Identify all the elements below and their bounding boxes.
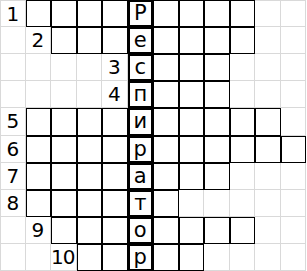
answer-cell-r7-c7[interactable]: [179, 163, 205, 190]
background-grid-cell: [281, 190, 307, 217]
answer-cell-r6-c4[interactable]: [102, 136, 128, 163]
answer-cell-r7-c1[interactable]: [26, 163, 52, 190]
answer-cell-r8-c2[interactable]: [51, 190, 77, 217]
answer-cell-r9-c6[interactable]: [153, 217, 179, 244]
keyword-letter-cell-r6[interactable]: р: [128, 136, 154, 163]
background-grid-cell: [230, 81, 256, 108]
crossword-page: 1Р2е3с4п5и6р7а8т9о10р: [0, 0, 306, 271]
background-grid-cell: [255, 244, 281, 271]
background-grid-cell: [204, 244, 230, 271]
clue-number-5: 5: [0, 108, 26, 135]
background-grid-cell: [255, 163, 281, 190]
keyword-letter-cell-r2[interactable]: е: [128, 27, 154, 54]
background-grid-cell: [0, 81, 26, 108]
keyword-letter-cell-r10[interactable]: р: [128, 244, 154, 271]
background-grid-cell: [26, 81, 52, 108]
answer-cell-r6-c2[interactable]: [51, 136, 77, 163]
answer-cell-r4-c6[interactable]: [153, 81, 179, 108]
background-grid-cell: [281, 27, 307, 54]
answer-cell-r6-c6[interactable]: [153, 136, 179, 163]
answer-cell-r1-c3[interactable]: [77, 0, 103, 27]
answer-cell-r5-c3[interactable]: [77, 108, 103, 135]
background-grid-cell: [255, 54, 281, 81]
answer-cell-r6-c3[interactable]: [77, 136, 103, 163]
answer-cell-r1-c9[interactable]: [230, 0, 256, 27]
answer-cell-r9-c8[interactable]: [204, 217, 230, 244]
answer-cell-r10-c7[interactable]: [179, 244, 205, 271]
answer-cell-r8-c1[interactable]: [26, 190, 52, 217]
background-grid-cell: [255, 190, 281, 217]
answer-cell-r7-c3[interactable]: [77, 163, 103, 190]
answer-cell-r6-c10[interactable]: [255, 136, 281, 163]
background-grid-cell: [281, 217, 307, 244]
answer-cell-r1-c7[interactable]: [179, 0, 205, 27]
answer-cell-r5-c1[interactable]: [26, 108, 52, 135]
background-grid-cell: [204, 190, 230, 217]
answer-cell-r7-c4[interactable]: [102, 163, 128, 190]
answer-cell-r5-c9[interactable]: [230, 108, 256, 135]
answer-cell-r4-c8[interactable]: [204, 81, 230, 108]
keyword-letter-cell-r4[interactable]: п: [128, 81, 154, 108]
keyword-letter-cell-r8[interactable]: т: [128, 190, 154, 217]
answer-cell-r10-c4[interactable]: [102, 244, 128, 271]
answer-cell-r5-c4[interactable]: [102, 108, 128, 135]
background-grid-cell: [0, 54, 26, 81]
background-grid-cell: [281, 0, 307, 27]
answer-cell-r2-c9[interactable]: [230, 27, 256, 54]
background-grid-cell: [77, 54, 103, 81]
answer-cell-r2-c7[interactable]: [179, 27, 205, 54]
background-grid-cell: [281, 244, 307, 271]
background-grid-cell: [51, 81, 77, 108]
answer-cell-r9-c7[interactable]: [179, 217, 205, 244]
background-grid-cell: [179, 190, 205, 217]
crossword-grid: 1Р2е3с4п5и6р7а8т9о10р: [0, 0, 306, 271]
keyword-letter-cell-r1[interactable]: Р: [128, 0, 154, 27]
answer-cell-r6-c11[interactable]: [281, 136, 307, 163]
keyword-letter-cell-r7[interactable]: а: [128, 163, 154, 190]
answer-cell-r9-c9[interactable]: [230, 217, 256, 244]
answer-cell-r7-c8[interactable]: [204, 163, 230, 190]
keyword-letter-cell-r9[interactable]: о: [128, 217, 154, 244]
clue-number-10: 10: [51, 244, 77, 271]
background-grid-cell: [77, 81, 103, 108]
answer-cell-r2-c6[interactable]: [153, 27, 179, 54]
answer-cell-r8-c6[interactable]: [153, 190, 179, 217]
clue-number-1: 1: [0, 0, 26, 27]
background-grid-cell: [230, 244, 256, 271]
background-grid-cell: [230, 190, 256, 217]
answer-cell-r3-c6[interactable]: [153, 54, 179, 81]
answer-cell-r6-c7[interactable]: [179, 136, 205, 163]
background-grid-cell: [281, 163, 307, 190]
answer-cell-r2-c4[interactable]: [102, 27, 128, 54]
answer-cell-r5-c8[interactable]: [204, 108, 230, 135]
answer-cell-r5-c6[interactable]: [153, 108, 179, 135]
clue-number-3: 3: [102, 54, 128, 81]
answer-cell-r8-c4[interactable]: [102, 190, 128, 217]
background-grid-cell: [255, 217, 281, 244]
clue-number-8: 8: [0, 190, 26, 217]
answer-cell-r4-c7[interactable]: [179, 81, 205, 108]
answer-cell-r1-c1[interactable]: [26, 0, 52, 27]
clue-number-7: 7: [0, 163, 26, 190]
background-grid-cell: [281, 54, 307, 81]
background-grid-cell: [0, 27, 26, 54]
background-grid-cell: [281, 108, 307, 135]
background-grid-cell: [26, 54, 52, 81]
answer-cell-r9-c2[interactable]: [51, 217, 77, 244]
background-grid-cell: [255, 0, 281, 27]
answer-cell-r1-c8[interactable]: [204, 0, 230, 27]
clue-number-9: 9: [26, 217, 52, 244]
answer-cell-r3-c7[interactable]: [179, 54, 205, 81]
background-grid-cell: [255, 81, 281, 108]
answer-cell-r10-c3[interactable]: [77, 244, 103, 271]
answer-cell-r10-c6[interactable]: [153, 244, 179, 271]
background-grid-cell: [255, 27, 281, 54]
answer-cell-r9-c3[interactable]: [77, 217, 103, 244]
answer-cell-r9-c4[interactable]: [102, 217, 128, 244]
answer-cell-r1-c4[interactable]: [102, 0, 128, 27]
answer-cell-r6-c9[interactable]: [230, 136, 256, 163]
answer-cell-r2-c3[interactable]: [77, 27, 103, 54]
background-grid-cell: [0, 217, 26, 244]
answer-cell-r5-c7[interactable]: [179, 108, 205, 135]
background-grid-cell: [26, 244, 52, 271]
background-grid-cell: [230, 163, 256, 190]
background-grid-cell: [230, 54, 256, 81]
answer-cell-r2-c8[interactable]: [204, 27, 230, 54]
clue-number-2: 2: [26, 27, 52, 54]
answer-cell-r5-c2[interactable]: [51, 108, 77, 135]
answer-cell-r5-c10[interactable]: [255, 108, 281, 135]
background-grid-cell: [281, 81, 307, 108]
keyword-letter-cell-r5[interactable]: и: [128, 108, 154, 135]
keyword-letter-cell-r3[interactable]: с: [128, 54, 154, 81]
answer-cell-r1-c6[interactable]: [153, 0, 179, 27]
clue-number-6: 6: [0, 136, 26, 163]
answer-cell-r7-c6[interactable]: [153, 163, 179, 190]
answer-cell-r3-c8[interactable]: [204, 54, 230, 81]
background-grid-cell: [0, 244, 26, 271]
answer-cell-r6-c1[interactable]: [26, 136, 52, 163]
answer-cell-r2-c2[interactable]: [51, 27, 77, 54]
answer-cell-r7-c2[interactable]: [51, 163, 77, 190]
clue-number-4: 4: [102, 81, 128, 108]
answer-cell-r8-c3[interactable]: [77, 190, 103, 217]
answer-cell-r6-c8[interactable]: [204, 136, 230, 163]
answer-cell-r1-c2[interactable]: [51, 0, 77, 27]
background-grid-cell: [51, 54, 77, 81]
